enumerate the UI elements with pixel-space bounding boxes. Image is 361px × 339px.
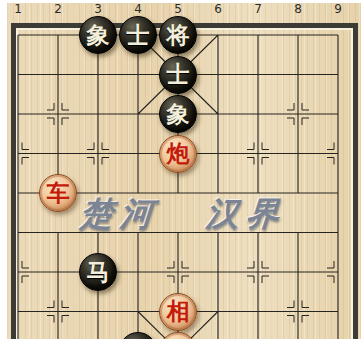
file-label: 6 bbox=[211, 2, 225, 16]
piece-black-advisor[interactable]: 士 bbox=[119, 16, 157, 54]
file-label: 4 bbox=[131, 2, 145, 16]
piece-black-unknown-cropped[interactable] bbox=[119, 332, 157, 339]
piece-glyph: 车 bbox=[47, 182, 70, 205]
xiangqi-app: 123456789 楚河 汉界 象士将士象炮车马相 bbox=[0, 0, 361, 339]
piece-red-unknown-cropped[interactable] bbox=[159, 332, 197, 339]
piece-glyph: 士 bbox=[167, 63, 190, 86]
file-label: 7 bbox=[251, 2, 265, 16]
piece-red-cannon[interactable]: 炮 bbox=[159, 135, 197, 173]
piece-glyph: 马 bbox=[87, 261, 110, 284]
piece-glyph: 相 bbox=[167, 300, 190, 323]
file-label: 1 bbox=[11, 2, 25, 16]
piece-glyph: 炮 bbox=[167, 142, 190, 165]
file-label: 5 bbox=[171, 2, 185, 16]
piece-black-horse[interactable]: 马 bbox=[79, 253, 117, 291]
piece-red-chariot[interactable]: 车 bbox=[39, 174, 77, 212]
piece-glyph: 象 bbox=[87, 24, 110, 47]
piece-glyph: 士 bbox=[127, 24, 150, 47]
piece-glyph: 将 bbox=[167, 24, 190, 47]
pieces-grid: 象士将士象炮车马相 bbox=[0, 15, 358, 339]
file-label: 2 bbox=[51, 2, 65, 16]
file-label: 3 bbox=[91, 2, 105, 16]
piece-black-elephant[interactable]: 象 bbox=[159, 95, 197, 133]
piece-black-general[interactable]: 将 bbox=[159, 16, 197, 54]
piece-black-elephant[interactable]: 象 bbox=[79, 16, 117, 54]
piece-red-elephant[interactable]: 相 bbox=[159, 293, 197, 331]
piece-glyph: 象 bbox=[167, 103, 190, 126]
file-label: 8 bbox=[291, 2, 305, 16]
file-label: 9 bbox=[331, 2, 345, 16]
piece-black-advisor[interactable]: 士 bbox=[159, 56, 197, 94]
